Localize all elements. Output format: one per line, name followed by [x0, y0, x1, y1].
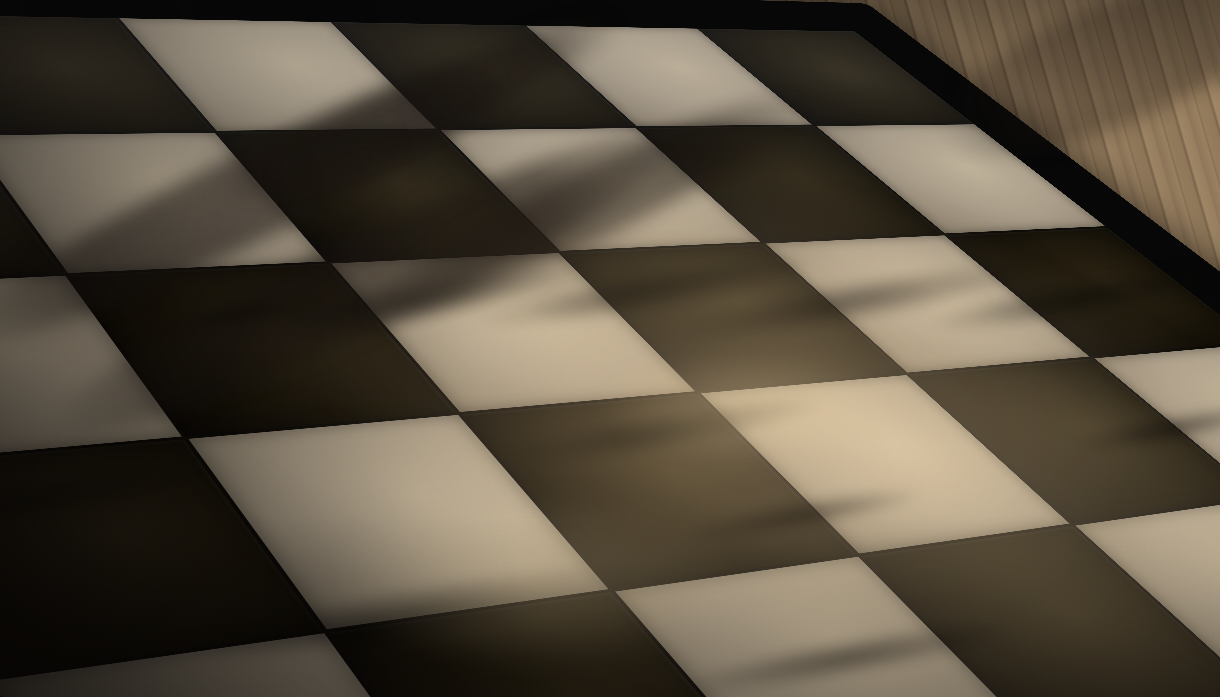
scene: ♜♟♚♛♜♜♞♛♟♟♝: [0, 0, 1220, 697]
piece-shadow: [1069, 396, 1220, 459]
pieces-layer: ♜♟♚♛♜♜♞♛♟♟♝: [0, 0, 1220, 697]
